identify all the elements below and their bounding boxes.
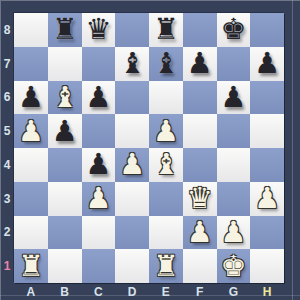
white-pawn-icon[interactable]: ♟ <box>119 150 145 179</box>
square-d1[interactable] <box>115 249 149 283</box>
rank-label-5: 5 <box>0 114 14 148</box>
chess-board[interactable]: ♜♛♜♚♝♝♟♟♟♝♟♟♟♟♟♟♟♝♟♛♟♟♟♜♜♚ <box>14 13 284 283</box>
square-e4[interactable]: ♝ <box>149 148 183 182</box>
square-d7[interactable]: ♝ <box>115 47 149 81</box>
square-c8[interactable]: ♛ <box>82 13 116 47</box>
file-label-h: H <box>250 283 284 300</box>
square-h2[interactable] <box>250 216 284 250</box>
square-d5[interactable] <box>115 114 149 148</box>
rank-labels: 87654321 <box>0 13 14 283</box>
black-pawn-icon[interactable]: ♟ <box>85 150 111 179</box>
square-b1[interactable] <box>48 249 82 283</box>
rank-label-1: 1 <box>0 249 14 283</box>
black-pawn-icon[interactable]: ♟ <box>254 49 280 78</box>
black-pawn-icon[interactable]: ♟ <box>52 117 78 146</box>
square-h3[interactable]: ♟ <box>250 182 284 216</box>
white-king-icon[interactable]: ♚ <box>220 252 246 281</box>
square-d4[interactable]: ♟ <box>115 148 149 182</box>
square-c2[interactable] <box>82 216 116 250</box>
file-label-a: A <box>14 283 48 300</box>
white-pawn-icon[interactable]: ♟ <box>85 184 111 213</box>
square-b3[interactable] <box>48 182 82 216</box>
rank-label-2: 2 <box>0 216 14 250</box>
frame-groove-bottom <box>0 295 300 296</box>
white-pawn-icon[interactable]: ♟ <box>187 218 213 247</box>
square-f5[interactable] <box>183 114 217 148</box>
square-f2[interactable]: ♟ <box>183 216 217 250</box>
square-e2[interactable] <box>149 216 183 250</box>
square-g1[interactable]: ♚ <box>217 249 251 283</box>
black-pawn-icon[interactable]: ♟ <box>187 49 213 78</box>
white-rook-icon[interactable]: ♜ <box>18 252 44 281</box>
square-c6[interactable]: ♟ <box>82 81 116 115</box>
white-bishop-icon[interactable]: ♝ <box>153 150 179 179</box>
square-f4[interactable] <box>183 148 217 182</box>
file-label-b: B <box>48 283 82 300</box>
square-h4[interactable] <box>250 148 284 182</box>
square-a3[interactable] <box>14 182 48 216</box>
frame-groove-right <box>292 0 293 300</box>
square-g5[interactable] <box>217 114 251 148</box>
file-label-c: C <box>82 283 116 300</box>
file-label-d: D <box>115 283 149 300</box>
square-g3[interactable] <box>217 182 251 216</box>
square-e8[interactable]: ♜ <box>149 13 183 47</box>
square-h7[interactable]: ♟ <box>250 47 284 81</box>
file-label-g: G <box>217 283 251 300</box>
white-pawn-icon[interactable]: ♟ <box>254 184 280 213</box>
square-g6[interactable]: ♟ <box>217 81 251 115</box>
square-e7[interactable]: ♝ <box>149 47 183 81</box>
square-h6[interactable] <box>250 81 284 115</box>
square-g7[interactable] <box>217 47 251 81</box>
square-b7[interactable] <box>48 47 82 81</box>
square-f3[interactable]: ♛ <box>183 182 217 216</box>
black-rook-icon[interactable]: ♜ <box>52 15 78 44</box>
square-b4[interactable] <box>48 148 82 182</box>
black-bishop-icon[interactable]: ♝ <box>119 49 145 78</box>
square-b2[interactable] <box>48 216 82 250</box>
file-label-e: E <box>149 283 183 300</box>
rank-label-7: 7 <box>0 47 14 81</box>
square-f6[interactable] <box>183 81 217 115</box>
square-g2[interactable]: ♟ <box>217 216 251 250</box>
white-queen-icon[interactable]: ♛ <box>187 184 213 213</box>
rank-label-3: 3 <box>0 182 14 216</box>
square-b5[interactable]: ♟ <box>48 114 82 148</box>
file-label-f: F <box>183 283 217 300</box>
white-pawn-icon[interactable]: ♟ <box>18 117 44 146</box>
black-bishop-icon[interactable]: ♝ <box>153 49 179 78</box>
rank-label-4: 4 <box>0 148 14 182</box>
square-d2[interactable] <box>115 216 149 250</box>
square-c3[interactable]: ♟ <box>82 182 116 216</box>
square-d3[interactable] <box>115 182 149 216</box>
white-bishop-icon[interactable]: ♝ <box>52 83 78 112</box>
square-c4[interactable]: ♟ <box>82 148 116 182</box>
black-pawn-icon[interactable]: ♟ <box>18 83 44 112</box>
square-e1[interactable]: ♜ <box>149 249 183 283</box>
black-pawn-icon[interactable]: ♟ <box>85 83 111 112</box>
black-queen-icon[interactable]: ♛ <box>85 15 111 44</box>
square-e5[interactable]: ♟ <box>149 114 183 148</box>
square-a6[interactable]: ♟ <box>14 81 48 115</box>
chess-board-frame: 87654321 ♜♛♜♚♝♝♟♟♟♝♟♟♟♟♟♟♟♝♟♛♟♟♟♜♜♚ ABCD… <box>0 0 300 300</box>
square-a2[interactable] <box>14 216 48 250</box>
square-c1[interactable] <box>82 249 116 283</box>
square-b6[interactable]: ♝ <box>48 81 82 115</box>
square-a4[interactable] <box>14 148 48 182</box>
square-a5[interactable]: ♟ <box>14 114 48 148</box>
square-c5[interactable] <box>82 114 116 148</box>
square-a7[interactable] <box>14 47 48 81</box>
square-h1[interactable] <box>250 249 284 283</box>
white-pawn-icon[interactable]: ♟ <box>153 117 179 146</box>
square-f1[interactable] <box>183 249 217 283</box>
square-b8[interactable]: ♜ <box>48 13 82 47</box>
rank-label-6: 6 <box>0 81 14 115</box>
black-pawn-icon[interactable]: ♟ <box>220 83 246 112</box>
square-a8[interactable] <box>14 13 48 47</box>
square-a1[interactable]: ♜ <box>14 249 48 283</box>
square-c7[interactable] <box>82 47 116 81</box>
file-labels: ABCDEFGH <box>14 283 284 300</box>
square-h8[interactable] <box>250 13 284 47</box>
square-g8[interactable]: ♚ <box>217 13 251 47</box>
square-e3[interactable] <box>149 182 183 216</box>
black-rook-icon[interactable]: ♜ <box>153 15 179 44</box>
black-king-icon[interactable]: ♚ <box>220 15 246 44</box>
square-e6[interactable] <box>149 81 183 115</box>
square-d6[interactable] <box>115 81 149 115</box>
square-f7[interactable]: ♟ <box>183 47 217 81</box>
square-f8[interactable] <box>183 13 217 47</box>
white-rook-icon[interactable]: ♜ <box>153 252 179 281</box>
white-pawn-icon[interactable]: ♟ <box>220 218 246 247</box>
rank-label-8: 8 <box>0 13 14 47</box>
square-d8[interactable] <box>115 13 149 47</box>
square-h5[interactable] <box>250 114 284 148</box>
square-g4[interactable] <box>217 148 251 182</box>
